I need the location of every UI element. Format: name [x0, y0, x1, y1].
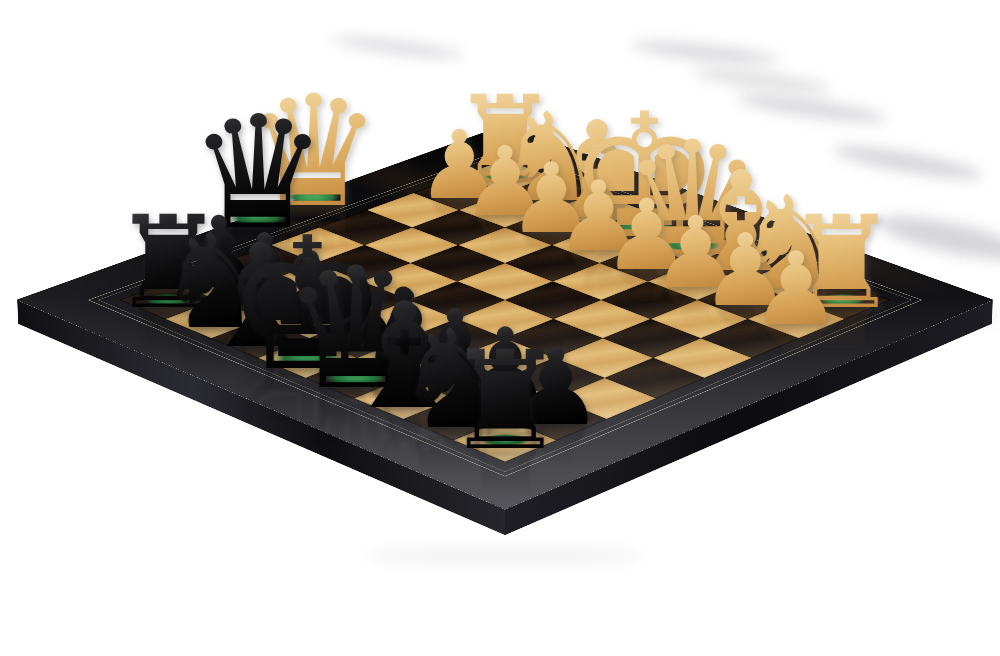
square-b6: [505, 358, 605, 398]
square-b7: [455, 378, 556, 419]
square-b4: [603, 319, 701, 358]
cast-shadow: [875, 208, 1000, 269]
square-g8: [165, 300, 262, 338]
cast-shadow: [630, 37, 781, 68]
square-f7: [262, 300, 359, 338]
chess-set-product-photo: ♜♜♞♞♝♝♛♛♚♚♝♝♞♞♜♜♟♟♟♟♟♟♟♟♟♟♟♟♟♟♟♟♟♟♟♟♟♟♟♟…: [0, 0, 1000, 656]
square-c5: [505, 319, 603, 358]
square-e8: [258, 338, 357, 378]
square-a7: [505, 398, 607, 440]
square-a5: [605, 358, 705, 398]
square-a2: [748, 300, 845, 338]
square-c4: [554, 300, 651, 338]
square-c6: [456, 338, 555, 378]
square-f8: [211, 319, 309, 358]
cast-shadow: [332, 33, 465, 62]
cast-shadow: [692, 64, 833, 96]
square-a6: [555, 378, 656, 419]
square-b3: [651, 300, 748, 338]
square-d8: [306, 358, 406, 398]
square-b8: [403, 398, 505, 440]
square-e7: [309, 319, 407, 358]
square-d7: [357, 338, 456, 378]
cast-shadow: [365, 548, 645, 564]
square-a4: [653, 338, 752, 378]
chess-board: [17, 125, 993, 509]
square-b5: [554, 338, 653, 378]
square-a3: [701, 319, 799, 358]
cast-shadow: [736, 89, 889, 127]
square-e6: [359, 300, 456, 338]
square-c7: [405, 358, 505, 398]
square-d6: [407, 319, 505, 358]
square-c8: [354, 378, 455, 419]
board-border: [17, 125, 993, 509]
square-d5: [456, 300, 553, 338]
cast-shadow: [832, 139, 985, 184]
square-a8: [454, 419, 557, 462]
